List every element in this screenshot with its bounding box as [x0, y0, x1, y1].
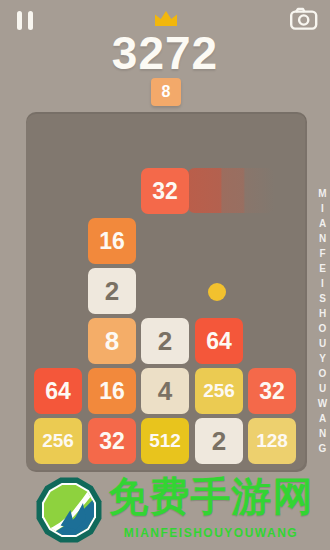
tile-8: 8: [88, 318, 136, 364]
tile-4: 4: [141, 368, 189, 414]
tile-256: 256: [34, 418, 82, 464]
tile-32-falling[interactable]: 32: [141, 168, 189, 214]
bonus-dot: [208, 283, 226, 301]
watermark-banner: 免费手游网 MIANFEISHOUYOUWANG: [0, 470, 330, 550]
tile-512: 512: [141, 418, 189, 464]
tile-256: 256: [195, 368, 243, 414]
score-display: 3272: [0, 26, 330, 80]
board[interactable]: 3216282646416425632256325122128: [26, 112, 307, 472]
tile-32: 32: [248, 368, 296, 414]
watermark-subtitle: MIANFEISHOUYOUWANG: [100, 526, 322, 540]
side-watermark-text: MIANFEISHOUYOUWANG: [317, 188, 328, 474]
tile-64: 64: [34, 368, 82, 414]
tile-2: 2: [88, 268, 136, 314]
tile-16: 16: [88, 218, 136, 264]
tile-16: 16: [88, 368, 136, 414]
tile-128: 128: [248, 418, 296, 464]
tile-64: 64: [195, 318, 243, 364]
tile-2: 2: [141, 318, 189, 364]
tile-32: 32: [88, 418, 136, 464]
watermark-logo: [34, 473, 104, 550]
tile-2: 2: [195, 418, 243, 464]
motion-trail: [187, 168, 275, 213]
watermark-title: 免费手游网: [100, 472, 322, 520]
next-tile-preview: 8: [151, 78, 181, 106]
